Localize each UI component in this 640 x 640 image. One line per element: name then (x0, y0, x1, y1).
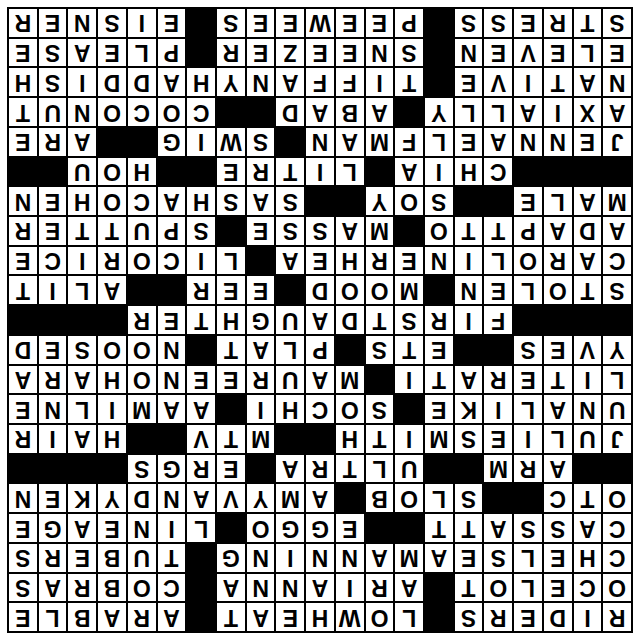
cell-r7c19[interactable]: N (39, 395, 67, 423)
cell-r17c2[interactable]: I (544, 98, 572, 126)
cell-r4c13[interactable]: V (217, 484, 245, 512)
cell-r12c1[interactable]: A (574, 247, 602, 275)
cell-r4c16[interactable]: D (128, 484, 156, 512)
cell-r10c14[interactable]: T (187, 306, 215, 334)
cell-r19c18[interactable]: A (68, 39, 96, 67)
cell-r3c6[interactable]: T (425, 514, 453, 542)
cell-r5c4[interactable]: M (484, 455, 512, 483)
cell-r6c7[interactable]: I (395, 425, 423, 453)
cell-r16c8[interactable]: M (366, 128, 394, 156)
cell-r10c8[interactable]: T (366, 306, 394, 334)
cell-r20c19[interactable]: E (39, 9, 67, 37)
cell-r8c17[interactable]: H (98, 366, 126, 394)
cell-r19c17[interactable]: E (98, 39, 126, 67)
cell-r18c17[interactable]: D (98, 68, 126, 96)
cell-r10c9[interactable]: D (336, 306, 364, 334)
cell-r20c3[interactable]: E (514, 9, 542, 37)
cell-r18c3[interactable]: I (514, 68, 542, 96)
cell-r19c10[interactable]: E (306, 39, 334, 67)
cell-r1c9[interactable]: I (336, 574, 364, 602)
cell-r1c12[interactable]: N (247, 574, 275, 602)
cell-r13c12[interactable]: E (247, 217, 275, 245)
cell-r20c16[interactable]: I (128, 9, 156, 37)
cell-r20c15[interactable]: E (158, 9, 186, 37)
cell-r17c5[interactable]: L (455, 98, 483, 126)
cell-r9c13[interactable]: T (217, 336, 245, 364)
cell-r2c4[interactable]: S (484, 544, 512, 572)
cell-r2c5[interactable]: E (455, 544, 483, 572)
cell-r0c11[interactable]: E (276, 603, 304, 631)
cell-r16c18[interactable]: A (68, 128, 96, 156)
cell-r1c15[interactable]: C (158, 574, 186, 602)
cell-r13c20[interactable]: R (9, 217, 37, 245)
cell-r6c14[interactable]: V (187, 425, 215, 453)
cell-r13c3[interactable]: P (514, 217, 542, 245)
cell-r8c13[interactable]: E (217, 366, 245, 394)
cell-r16c12[interactable]: S (247, 128, 275, 156)
cell-r18c14[interactable]: H (187, 68, 215, 96)
cell-r2c10[interactable]: N (306, 544, 334, 572)
cell-r18c10[interactable]: F (306, 68, 334, 96)
cell-r1c20[interactable]: S (9, 574, 37, 602)
cell-r10c10[interactable]: A (306, 306, 334, 334)
cell-r6c2[interactable]: L (544, 425, 572, 453)
cell-r17c19[interactable]: U (39, 98, 67, 126)
cell-r20c8[interactable]: E (366, 9, 394, 37)
cell-r1c2[interactable]: E (544, 574, 572, 602)
cell-r18c11[interactable]: A (276, 68, 304, 96)
cell-r20c1[interactable]: T (574, 9, 602, 37)
cell-r9c3[interactable]: S (514, 336, 542, 364)
cell-r15c18[interactable]: U (68, 158, 96, 186)
cell-r10c12[interactable]: G (247, 306, 275, 334)
cell-r7c17[interactable]: I (98, 395, 126, 423)
cell-r3c4[interactable]: A (484, 514, 512, 542)
cell-r6c9[interactable]: H (336, 425, 364, 453)
cell-r15c16[interactable]: H (128, 158, 156, 186)
cell-r10c13[interactable]: H (217, 306, 245, 334)
cell-r8c6[interactable]: T (425, 366, 453, 394)
cell-r11c0[interactable]: S (603, 276, 631, 304)
cell-r7c18[interactable]: L (68, 395, 96, 423)
cell-r17c17[interactable]: O (98, 98, 126, 126)
cell-r0c2[interactable]: D (544, 603, 572, 631)
cell-r13c10[interactable]: S (306, 217, 334, 245)
cell-r17c14[interactable]: C (187, 98, 215, 126)
cell-r11c1[interactable]: T (574, 276, 602, 304)
cell-r16c4[interactable]: A (484, 128, 512, 156)
cell-r6c5[interactable]: S (455, 425, 483, 453)
cell-r7c0[interactable]: U (603, 395, 631, 423)
cell-r15c4[interactable]: C (484, 158, 512, 186)
cell-r8c2[interactable]: T (544, 366, 572, 394)
cell-r4c15[interactable]: N (158, 484, 186, 512)
cell-r13c1[interactable]: D (574, 217, 602, 245)
cell-r13c19[interactable]: E (39, 217, 67, 245)
cell-r10c7[interactable]: S (395, 306, 423, 334)
cell-r20c2[interactable]: R (544, 9, 572, 37)
cell-r15c17[interactable]: O (98, 158, 126, 186)
cell-r20c5[interactable]: S (455, 9, 483, 37)
cell-r17c3[interactable]: A (514, 98, 542, 126)
cell-r5c9[interactable]: T (336, 455, 364, 483)
cell-r20c12[interactable]: E (247, 9, 275, 37)
cell-r17c4[interactable]: L (484, 98, 512, 126)
cell-r19c4[interactable]: E (484, 39, 512, 67)
cell-r20c9[interactable]: E (336, 9, 364, 37)
cell-r11c2[interactable]: O (544, 276, 572, 304)
cell-r0c10[interactable]: H (306, 603, 334, 631)
cell-r9c8[interactable]: S (366, 336, 394, 364)
cell-r3c12[interactable]: O (247, 514, 275, 542)
cell-r8c14[interactable]: E (187, 366, 215, 394)
cell-r1c17[interactable]: B (98, 574, 126, 602)
cell-r6c8[interactable]: T (366, 425, 394, 453)
cell-r20c13[interactable]: S (217, 9, 245, 37)
cell-r20c0[interactable]: S (603, 9, 631, 37)
cell-r4c10[interactable]: A (306, 484, 334, 512)
cell-r10c4[interactable]: F (484, 306, 512, 334)
cell-r11c19[interactable]: I (39, 276, 67, 304)
cell-r15c9[interactable]: L (336, 158, 364, 186)
cell-r12c2[interactable]: R (544, 247, 572, 275)
cell-r15c7[interactable]: A (395, 158, 423, 186)
cell-r9c7[interactable]: T (395, 336, 423, 364)
cell-r1c10[interactable]: A (306, 574, 334, 602)
cell-r0c12[interactable]: A (247, 603, 275, 631)
cell-r7c11[interactable]: H (276, 395, 304, 423)
cell-r13c18[interactable]: T (68, 217, 96, 245)
cell-r2c20[interactable]: S (9, 544, 37, 572)
cell-r14c19[interactable]: E (39, 187, 67, 215)
cell-r15c11[interactable]: T (276, 158, 304, 186)
cell-r6c13[interactable]: T (217, 425, 245, 453)
cell-r17c9[interactable]: B (336, 98, 364, 126)
cell-r9c20[interactable]: D (9, 336, 37, 364)
cell-r13c8[interactable]: M (366, 217, 394, 245)
cell-r8c5[interactable]: A (455, 366, 483, 394)
cell-r4c1[interactable]: T (574, 484, 602, 512)
cell-r1c16[interactable]: O (128, 574, 156, 602)
cell-r18c4[interactable]: V (484, 68, 512, 96)
cell-r8c10[interactable]: A (306, 366, 334, 394)
cell-r19c0[interactable]: E (603, 39, 631, 67)
cell-r8c19[interactable]: R (39, 366, 67, 394)
cell-r16c9[interactable]: A (336, 128, 364, 156)
cell-r0c18[interactable]: B (68, 603, 96, 631)
cell-r2c1[interactable]: H (574, 544, 602, 572)
cell-r4c18[interactable]: K (68, 484, 96, 512)
cell-r12c18[interactable]: I (68, 247, 96, 275)
cell-r12c10[interactable]: E (306, 247, 334, 275)
cell-r16c14[interactable]: I (187, 128, 215, 156)
cell-r1c13[interactable]: A (217, 574, 245, 602)
cell-r6c12[interactable]: M (247, 425, 275, 453)
cell-r11c18[interactable]: L (68, 276, 96, 304)
cell-r9c18[interactable]: S (68, 336, 96, 364)
cell-r20c10[interactable]: W (306, 9, 334, 37)
cell-r14c11[interactable]: S (276, 187, 304, 215)
cell-r0c4[interactable]: R (484, 603, 512, 631)
cell-r19c12[interactable]: E (247, 39, 275, 67)
cell-r9c11[interactable]: L (276, 336, 304, 364)
cell-r0c5[interactable]: S (455, 603, 483, 631)
cell-r14c16[interactable]: C (128, 187, 156, 215)
cell-r4c2[interactable]: C (544, 484, 572, 512)
cell-r11c10[interactable]: D (306, 276, 334, 304)
cell-r14c8[interactable]: Y (366, 187, 394, 215)
cell-r12c3[interactable]: O (514, 247, 542, 275)
cell-r18c19[interactable]: S (39, 68, 67, 96)
cell-r17c1[interactable]: X (574, 98, 602, 126)
cell-r10c16[interactable]: R (128, 306, 156, 334)
cell-r7c12[interactable]: I (247, 395, 275, 423)
cell-r6c4[interactable]: E (484, 425, 512, 453)
cell-r14c0[interactable]: M (603, 187, 631, 215)
cell-r13c16[interactable]: U (128, 217, 156, 245)
cell-r6c0[interactable]: J (603, 425, 631, 453)
cell-r6c1[interactable]: U (574, 425, 602, 453)
cell-r2c0[interactable]: C (603, 544, 631, 572)
cell-r7c4[interactable]: I (484, 395, 512, 423)
cell-r19c16[interactable]: L (128, 39, 156, 67)
cell-r15c5[interactable]: H (455, 158, 483, 186)
cell-r5c3[interactable]: R (514, 455, 542, 483)
cell-r15c10[interactable]: I (306, 158, 334, 186)
cell-r2c16[interactable]: U (128, 544, 156, 572)
cell-r2c9[interactable]: N (336, 544, 364, 572)
cell-r17c11[interactable]: D (276, 98, 304, 126)
cell-r3c20[interactable]: E (9, 514, 37, 542)
cell-r11c4[interactable]: E (484, 276, 512, 304)
cell-r12c14[interactable]: I (187, 247, 215, 275)
cell-r4c6[interactable]: L (425, 484, 453, 512)
cell-r1c8[interactable]: R (366, 574, 394, 602)
cell-r8c11[interactable]: U (276, 366, 304, 394)
cell-r12c15[interactable]: C (158, 247, 186, 275)
cell-r19c20[interactable]: E (9, 39, 37, 67)
cell-r9c2[interactable]: E (544, 336, 572, 364)
cell-r16c19[interactable]: R (39, 128, 67, 156)
cell-r0c3[interactable]: E (514, 603, 542, 631)
cell-r6c3[interactable]: I (514, 425, 542, 453)
cell-r5c15[interactable]: G (158, 455, 186, 483)
cell-r2c13[interactable]: G (217, 544, 245, 572)
cell-r3c14[interactable]: L (187, 514, 215, 542)
cell-r2c11[interactable]: I (276, 544, 304, 572)
cell-r0c0[interactable]: R (603, 603, 631, 631)
cell-r8c15[interactable]: N (158, 366, 186, 394)
cell-r7c2[interactable]: A (544, 395, 572, 423)
cell-r4c8[interactable]: B (366, 484, 394, 512)
cell-r18c18[interactable]: I (68, 68, 96, 96)
cell-r13c14[interactable]: S (187, 217, 215, 245)
cell-r20c17[interactable]: S (98, 9, 126, 37)
cell-r13c11[interactable]: S (276, 217, 304, 245)
cell-r9c0[interactable]: Y (603, 336, 631, 364)
cell-r4c7[interactable]: O (395, 484, 423, 512)
cell-r5c11[interactable]: A (276, 455, 304, 483)
cell-r0c17[interactable]: A (98, 603, 126, 631)
cell-r0c15[interactable]: A (158, 603, 186, 631)
cell-r8c12[interactable]: R (247, 366, 275, 394)
cell-r17c10[interactable]: A (306, 98, 334, 126)
cell-r6c17[interactable]: H (98, 425, 126, 453)
cell-r18c1[interactable]: A (574, 68, 602, 96)
cell-r15c13[interactable]: E (217, 158, 245, 186)
cell-r18c8[interactable]: I (366, 68, 394, 96)
cell-r10c15[interactable]: E (158, 306, 186, 334)
cell-r14c15[interactable]: A (158, 187, 186, 215)
cell-r13c9[interactable]: A (336, 217, 364, 245)
cell-r8c18[interactable]: A (68, 366, 96, 394)
cell-r1c4[interactable]: O (484, 574, 512, 602)
cell-r16c6[interactable]: L (425, 128, 453, 156)
cell-r3c1[interactable]: A (574, 514, 602, 542)
cell-r4c19[interactable]: E (39, 484, 67, 512)
cell-r3c0[interactable]: C (603, 514, 631, 542)
cell-r12c17[interactable]: R (98, 247, 126, 275)
cell-r0c19[interactable]: L (39, 603, 67, 631)
cell-r4c5[interactable]: S (455, 484, 483, 512)
cell-r7c16[interactable]: M (128, 395, 156, 423)
cell-r12c13[interactable]: L (217, 247, 245, 275)
cell-r2c7[interactable]: M (395, 544, 423, 572)
cell-r2c19[interactable]: R (39, 544, 67, 572)
cell-r13c2[interactable]: A (544, 217, 572, 245)
cell-r14c18[interactable]: H (68, 187, 96, 215)
cell-r8c1[interactable]: I (574, 366, 602, 394)
cell-r3c9[interactable]: E (336, 514, 364, 542)
cell-r1c3[interactable]: L (514, 574, 542, 602)
cell-r12c11[interactable]: A (276, 247, 304, 275)
cell-r8c7[interactable]: I (395, 366, 423, 394)
cell-r4c0[interactable]: O (603, 484, 631, 512)
cell-r16c15[interactable]: G (158, 128, 186, 156)
cell-r20c20[interactable]: R (9, 9, 37, 37)
cell-r16c20[interactable]: E (9, 128, 37, 156)
cell-r7c5[interactable]: K (455, 395, 483, 423)
cell-r14c7[interactable]: O (395, 187, 423, 215)
cell-r12c0[interactable]: C (603, 247, 631, 275)
cell-r19c11[interactable]: Z (276, 39, 304, 67)
cell-r4c11[interactable]: M (276, 484, 304, 512)
cell-r12c16[interactable]: O (128, 247, 156, 275)
cell-r9c12[interactable]: A (247, 336, 275, 364)
cell-r5c14[interactable]: R (187, 455, 215, 483)
cell-r13c17[interactable]: T (98, 217, 126, 245)
cell-r18c20[interactable]: H (9, 68, 37, 96)
cell-r19c15[interactable]: P (158, 39, 186, 67)
cell-r7c15[interactable]: A (158, 395, 186, 423)
cell-r11c7[interactable]: M (395, 276, 423, 304)
cell-r3c11[interactable]: G (276, 514, 304, 542)
cell-r7c1[interactable]: N (574, 395, 602, 423)
cell-r11c9[interactable]: O (336, 276, 364, 304)
cell-r18c16[interactable]: D (128, 68, 156, 96)
cell-r19c1[interactable]: L (574, 39, 602, 67)
cell-r7c10[interactable]: C (306, 395, 334, 423)
cell-r9c19[interactable]: E (39, 336, 67, 364)
cell-r17c6[interactable]: Y (425, 98, 453, 126)
cell-r20c11[interactable]: E (276, 9, 304, 37)
cell-r5c2[interactable]: A (544, 455, 572, 483)
cell-r1c7[interactable]: A (395, 574, 423, 602)
cell-r3c5[interactable]: T (455, 514, 483, 542)
cell-r9c15[interactable]: N (158, 336, 186, 364)
cell-r12c5[interactable]: I (455, 247, 483, 275)
cell-r11c13[interactable]: E (217, 276, 245, 304)
cell-r17c15[interactable]: O (158, 98, 186, 126)
cell-r18c7[interactable]: T (395, 68, 423, 96)
cell-r8c0[interactable]: L (603, 366, 631, 394)
cell-r6c18[interactable]: A (68, 425, 96, 453)
cell-r6c19[interactable]: I (39, 425, 67, 453)
cell-r2c6[interactable]: A (425, 544, 453, 572)
cell-r7c9[interactable]: O (336, 395, 364, 423)
cell-r0c1[interactable]: I (574, 603, 602, 631)
cell-r2c8[interactable]: A (366, 544, 394, 572)
cell-r3c3[interactable]: S (514, 514, 542, 542)
cell-r18c9[interactable]: F (336, 68, 364, 96)
cell-r17c8[interactable]: A (366, 98, 394, 126)
cell-r11c8[interactable]: O (366, 276, 394, 304)
cell-r17c18[interactable]: N (68, 98, 96, 126)
cell-r17c20[interactable]: T (9, 98, 37, 126)
cell-r19c7[interactable]: S (395, 39, 423, 67)
cell-r14c13[interactable]: S (217, 187, 245, 215)
cell-r3c18[interactable]: A (68, 514, 96, 542)
cell-r5c8[interactable]: L (366, 455, 394, 483)
cell-r3c2[interactable]: S (544, 514, 572, 542)
cell-r17c16[interactable]: C (128, 98, 156, 126)
cell-r3c15[interactable]: I (158, 514, 186, 542)
cell-r2c17[interactable]: B (98, 544, 126, 572)
cell-r20c7[interactable]: P (395, 9, 423, 37)
cell-r11c20[interactable]: T (9, 276, 37, 304)
cell-r11c14[interactable]: R (187, 276, 215, 304)
cell-r11c5[interactable]: N (455, 276, 483, 304)
cell-r15c12[interactable]: R (247, 158, 275, 186)
cell-r7c20[interactable]: E (9, 395, 37, 423)
cell-r4c14[interactable]: A (187, 484, 215, 512)
cell-r18c5[interactable]: E (455, 68, 483, 96)
cell-r8c16[interactable]: O (128, 366, 156, 394)
cell-r2c15[interactable]: T (158, 544, 186, 572)
cell-r11c17[interactable]: A (98, 276, 126, 304)
cell-r1c18[interactable]: R (68, 574, 96, 602)
cell-r13c4[interactable]: T (484, 217, 512, 245)
cell-r11c12[interactable]: E (247, 276, 275, 304)
cell-r2c18[interactable]: E (68, 544, 96, 572)
cell-r14c6[interactable]: S (425, 187, 453, 215)
cell-r3c19[interactable]: G (39, 514, 67, 542)
cell-r2c12[interactable]: N (247, 544, 275, 572)
cell-r1c1[interactable]: C (574, 574, 602, 602)
cell-r2c3[interactable]: L (514, 544, 542, 572)
cell-r2c2[interactable]: E (544, 544, 572, 572)
cell-r5c16[interactable]: S (128, 455, 156, 483)
cell-r18c15[interactable]: A (158, 68, 186, 96)
cell-r4c12[interactable]: Y (247, 484, 275, 512)
cell-r1c5[interactable]: T (455, 574, 483, 602)
cell-r7c8[interactable]: S (366, 395, 394, 423)
cell-r13c5[interactable]: T (455, 217, 483, 245)
cell-r14c14[interactable]: H (187, 187, 215, 215)
cell-r12c19[interactable]: C (39, 247, 67, 275)
cell-r10c6[interactable]: R (425, 306, 453, 334)
cell-r8c9[interactable]: M (336, 366, 364, 394)
